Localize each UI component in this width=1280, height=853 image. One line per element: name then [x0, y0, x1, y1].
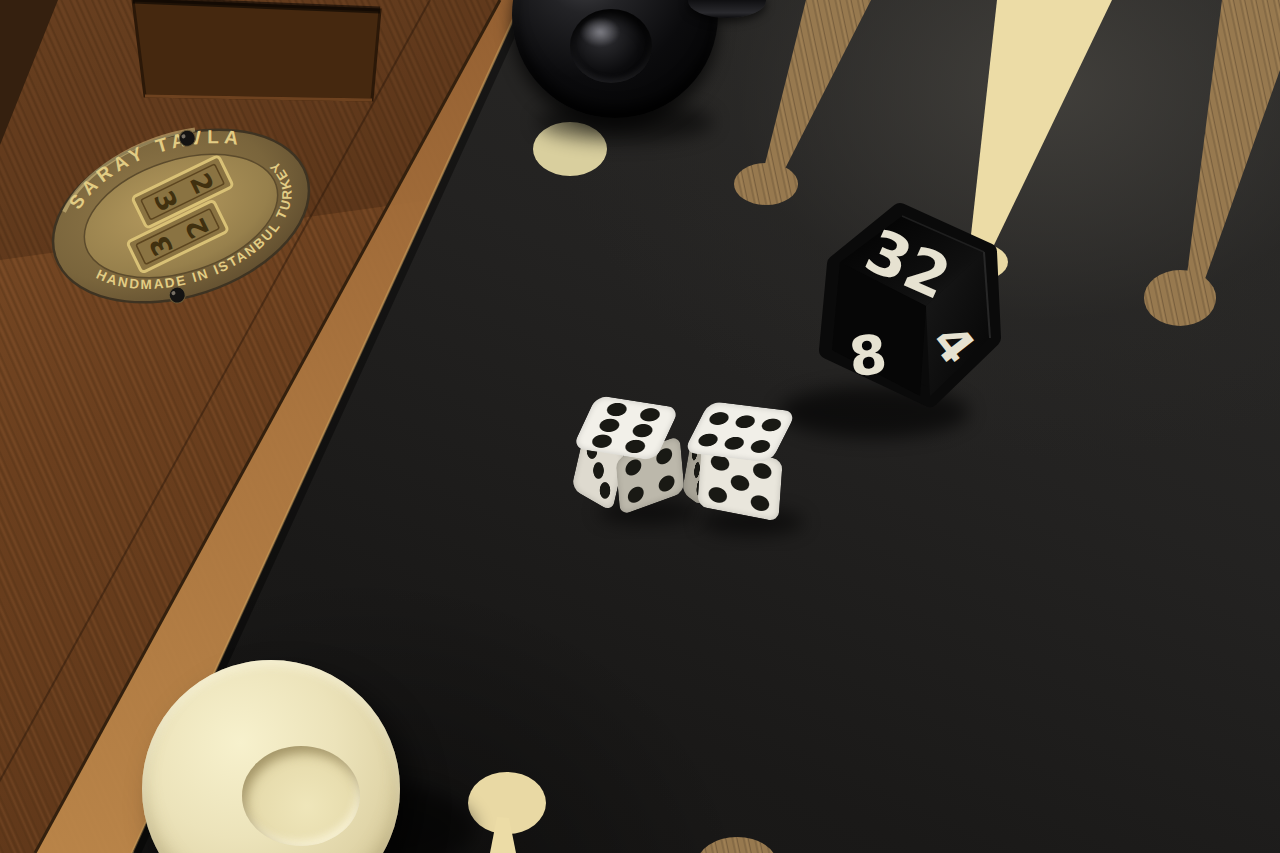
cube-value-left: 8: [846, 323, 890, 390]
backgammon-board-photo: SARAY TAVLA HANDMADE IN ISTANBUL TURKEY …: [0, 0, 1280, 853]
die-left[interactable]: [576, 394, 688, 512]
cream-checker-recess: [242, 746, 360, 846]
doubling-cube[interactable]: 32 8 4: [828, 212, 992, 398]
die-right[interactable]: [686, 398, 798, 522]
points-bottom-row: [468, 772, 777, 853]
point-walnut-2[interactable]: [1144, 0, 1280, 326]
reflection-glint: [580, 17, 620, 47]
point-walnut-bottom[interactable]: [697, 837, 777, 853]
point-walnut-1[interactable]: [734, 0, 871, 205]
rail-recessed-panel: [133, 0, 380, 100]
point-cream-bottom[interactable]: [468, 772, 546, 853]
black-checker-recess: [570, 9, 652, 83]
die-right-face-6: [683, 401, 796, 463]
